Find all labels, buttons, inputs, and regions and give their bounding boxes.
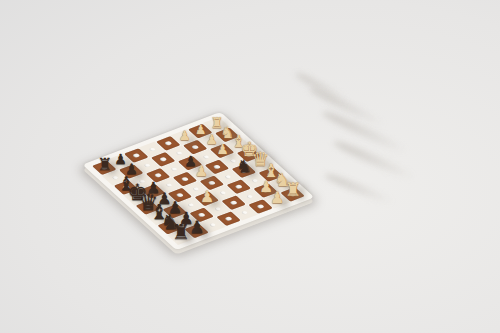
shadow-streak <box>323 171 396 207</box>
peg-hole <box>234 143 241 147</box>
peg-hole <box>241 210 248 214</box>
board-grid <box>91 117 306 245</box>
peg-hole <box>181 135 188 139</box>
peg-hole <box>256 162 263 166</box>
peg-hole <box>133 195 140 199</box>
peg-hole <box>288 192 297 197</box>
peg-hole <box>234 184 243 189</box>
peg-hole <box>165 225 174 230</box>
chess-board <box>82 112 314 250</box>
peg-hole <box>261 188 270 193</box>
peg-hole <box>111 175 118 179</box>
peg-hole <box>149 147 156 151</box>
peg-hole <box>149 189 158 194</box>
peg-hole <box>266 172 275 177</box>
peg-hole <box>177 235 184 239</box>
peg-hole <box>213 164 222 169</box>
peg-hole <box>155 215 162 219</box>
peg-hole <box>278 182 285 186</box>
peg-hole <box>100 165 109 170</box>
peg-hole <box>229 159 236 163</box>
peg-hole <box>219 191 226 195</box>
peg-hole <box>223 132 232 137</box>
peg-hole <box>218 148 227 153</box>
peg-hole <box>224 175 231 179</box>
peg-hole <box>138 179 145 183</box>
peg-hole <box>240 168 249 173</box>
peg-hole <box>187 203 194 207</box>
peg-hole <box>186 161 195 166</box>
peg-hole <box>213 123 220 127</box>
peg-hole <box>208 180 217 185</box>
peg-hole <box>196 129 205 134</box>
peg-hole <box>197 212 206 217</box>
peg-hole <box>246 194 253 198</box>
peg-hole <box>117 159 124 163</box>
peg-hole <box>214 207 221 211</box>
peg-hole <box>132 153 141 158</box>
peg-hole <box>182 219 189 223</box>
peg-hole <box>191 145 200 150</box>
peg-hole <box>160 199 167 203</box>
peg-hole <box>154 173 163 178</box>
peg-hole <box>256 204 265 209</box>
peg-hole <box>251 178 258 182</box>
peg-hole <box>229 200 238 205</box>
peg-hole <box>144 205 153 210</box>
peg-hole <box>165 183 172 187</box>
peg-hole <box>164 141 173 146</box>
background-surface: ♜♞♝♛♚♝♜♟♟♟♟♟♟♟♟♟♟♟♟♟♞♟♟♟♜♞♝♛♚♝♞♜ <box>0 0 500 333</box>
peg-hole <box>202 155 209 159</box>
peg-hole <box>127 169 136 174</box>
peg-hole <box>202 196 211 201</box>
peg-hole <box>197 171 204 175</box>
peg-hole <box>181 177 190 182</box>
peg-hole <box>170 209 179 214</box>
peg-hole <box>170 167 177 171</box>
peg-hole <box>122 185 131 190</box>
peg-hole <box>143 163 150 167</box>
peg-hole <box>176 151 183 155</box>
peg-hole <box>273 198 280 202</box>
peg-hole <box>159 157 168 162</box>
peg-hole <box>245 152 254 157</box>
peg-hole <box>208 139 215 143</box>
peg-hole <box>192 187 199 191</box>
peg-hole <box>224 216 233 221</box>
shadow-streak <box>332 138 418 183</box>
peg-hole <box>176 193 185 198</box>
peg-hole <box>192 228 201 233</box>
peg-hole <box>209 223 216 227</box>
